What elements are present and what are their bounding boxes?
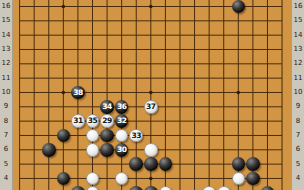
stone-white [202,186,216,190]
stone-black [42,143,56,157]
row-label-13: 13 [292,45,304,54]
row-label-8: 8 [0,117,12,126]
stone-black [129,157,143,171]
row-label-7: 7 [0,131,12,140]
stone-white [217,186,231,190]
row-label-16: 16 [0,2,12,11]
stone-white [86,172,100,186]
row-label-5: 5 [0,160,12,169]
stone-black [246,157,260,171]
stone-black [159,157,173,171]
stone-black [261,186,275,190]
stone-white-move-29: 29 [100,114,114,128]
row-label-6: 6 [0,145,12,154]
stone-white-move-31: 31 [71,114,85,128]
stone-black [57,172,71,186]
row-label-14: 14 [292,31,304,40]
right-coordinate-strip: 16151413121110987654 [291,0,304,190]
move-number: 31 [73,117,82,125]
row-label-13: 13 [0,45,12,54]
stone-black [100,129,114,143]
stone-black-move-30: 30 [115,143,129,157]
stone-black-move-32: 32 [115,114,129,128]
stone-black [57,129,71,143]
move-number: 35 [88,117,97,125]
stone-white [86,186,100,190]
stone-black [100,143,114,157]
stone-black [144,157,158,171]
move-number: 37 [146,103,155,111]
row-label-15: 15 [0,16,12,25]
move-number: 29 [102,117,111,125]
stone-black-move-36: 36 [115,100,129,114]
row-label-12: 12 [292,59,304,68]
move-number: 34 [102,103,111,111]
row-label-5: 5 [292,160,304,169]
stone-white-move-35: 35 [86,114,100,128]
stone-black [232,157,246,171]
row-label-10: 10 [292,88,304,97]
stones-layer: 38343637313529323330 [0,0,304,190]
row-label-7: 7 [292,131,304,140]
stone-white [159,186,173,190]
stone-white-move-33: 33 [129,129,143,143]
stone-black [71,186,85,190]
go-board[interactable]: 38343637313529323330 1615141312111098765… [0,0,304,190]
move-number: 30 [117,146,126,154]
stone-black [246,172,260,186]
row-label-4: 4 [292,174,304,183]
row-label-12: 12 [0,59,12,68]
left-coordinate-strip: 16151413121110987654 [0,0,13,190]
row-label-10: 10 [0,88,12,97]
move-number: 36 [117,103,126,111]
stone-black-move-38: 38 [71,86,85,100]
row-label-15: 15 [292,16,304,25]
stone-white [144,143,158,157]
stone-white [115,129,129,143]
stone-black [129,186,143,190]
row-label-8: 8 [292,117,304,126]
move-number: 38 [73,89,82,97]
row-label-11: 11 [0,74,12,83]
row-label-14: 14 [0,31,12,40]
stone-black [144,186,158,190]
row-label-16: 16 [292,2,304,11]
stone-black [232,0,246,13]
stone-white-move-37: 37 [144,100,158,114]
stone-black-move-34: 34 [100,100,114,114]
row-label-9: 9 [292,102,304,111]
row-label-4: 4 [0,174,12,183]
move-number: 32 [117,117,126,125]
move-number: 33 [132,132,141,140]
stone-white [232,172,246,186]
stone-white [86,143,100,157]
row-label-11: 11 [292,74,304,83]
row-label-9: 9 [0,102,12,111]
stone-white [86,129,100,143]
stone-white [115,172,129,186]
row-label-6: 6 [292,145,304,154]
